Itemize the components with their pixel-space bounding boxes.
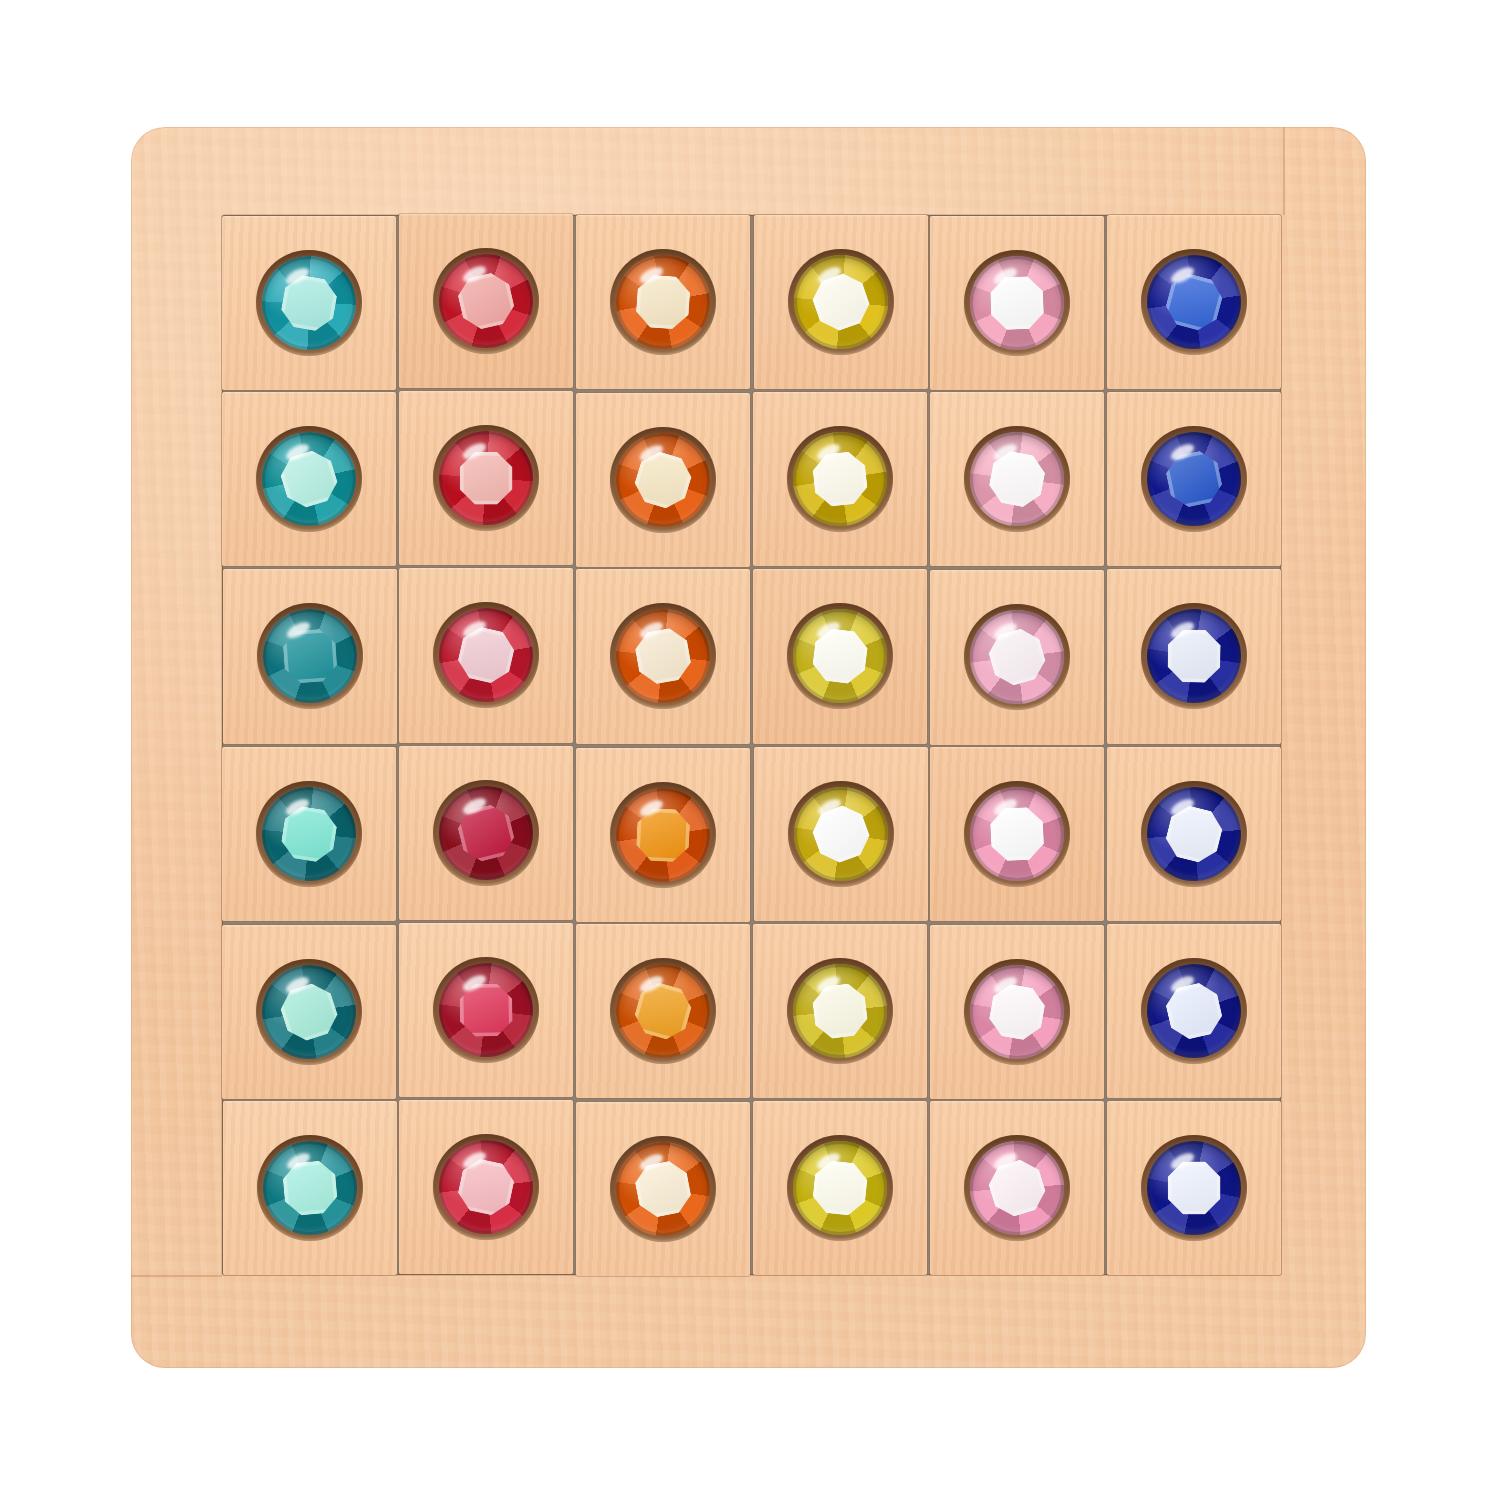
gem-block-yellow[interactable] <box>753 392 927 566</box>
gem-recess <box>610 603 716 709</box>
red-gem-icon <box>439 786 533 880</box>
gem-recess <box>433 248 539 354</box>
gem-recess <box>610 958 716 1064</box>
yellow-gem-icon <box>793 1141 887 1235</box>
pink-gem-icon <box>970 610 1064 704</box>
blue-gem-icon <box>1147 432 1241 526</box>
teal-gem-icon <box>263 1141 357 1235</box>
gem-block-red[interactable] <box>399 1100 573 1274</box>
yellow-gem-icon <box>793 432 887 526</box>
gem-recess <box>610 1136 716 1242</box>
gem-block-orange[interactable] <box>576 1102 750 1276</box>
gem-block-pink[interactable] <box>930 1101 1104 1275</box>
yellow-gem-icon <box>794 255 888 349</box>
gem-recess <box>1141 1135 1247 1241</box>
orange-gem-icon <box>616 788 710 882</box>
red-gem-icon <box>439 254 533 348</box>
pink-gem-icon <box>970 1141 1064 1235</box>
gem-recess <box>256 250 362 356</box>
gem-block-blue[interactable] <box>1107 924 1281 1098</box>
gem-recess <box>1141 958 1247 1064</box>
gem-block-pink[interactable] <box>930 392 1104 566</box>
gem-block-teal[interactable] <box>222 925 396 1099</box>
blue-gem-icon <box>1147 609 1241 703</box>
blue-gem-icon <box>1147 255 1241 349</box>
gem-block-orange[interactable] <box>576 748 750 922</box>
orange-gem-icon <box>616 433 710 527</box>
gem-block-red[interactable] <box>399 568 573 742</box>
frame-joint-bottom-left <box>131 1275 222 1277</box>
blue-gem-icon <box>1147 964 1241 1058</box>
teal-gem-icon <box>262 965 356 1059</box>
gem-block-pink[interactable] <box>930 216 1104 390</box>
gem-recess <box>964 781 1070 887</box>
gem-recess <box>256 781 362 887</box>
teal-gem-icon <box>262 256 356 350</box>
gem-block-yellow[interactable] <box>753 924 927 1098</box>
gem-recess <box>787 603 893 709</box>
gem-block-orange[interactable] <box>576 569 750 743</box>
orange-gem-icon <box>616 255 710 349</box>
red-gem-icon <box>439 1140 533 1234</box>
yellow-gem-icon <box>793 964 887 1058</box>
yellow-gem-icon <box>793 609 887 703</box>
gem-block-blue[interactable] <box>1107 747 1281 921</box>
gem-recess <box>788 249 894 355</box>
gem-block-yellow[interactable] <box>753 1101 927 1275</box>
teal-gem-icon <box>263 609 357 703</box>
gem-recess <box>964 250 1070 356</box>
pink-gem-icon <box>970 965 1064 1059</box>
gem-block-blue[interactable] <box>1107 392 1281 566</box>
gem-grid <box>222 215 1281 1275</box>
gem-recess <box>610 249 716 355</box>
blue-gem-icon <box>1147 1141 1241 1235</box>
gem-block-yellow[interactable] <box>754 215 928 389</box>
orange-gem-icon <box>616 964 710 1058</box>
teal-gem-icon <box>262 432 356 526</box>
gem-block-blue[interactable] <box>1107 1101 1281 1275</box>
yellow-gem-icon <box>794 787 888 881</box>
gem-recess <box>433 425 539 531</box>
gem-recess <box>610 427 716 533</box>
gem-block-teal[interactable] <box>223 1101 397 1275</box>
gem-recess <box>1141 249 1247 355</box>
gem-recess <box>256 426 362 532</box>
gem-block-teal[interactable] <box>223 569 397 743</box>
pink-gem-icon <box>970 787 1064 881</box>
gem-recess <box>787 1135 893 1241</box>
orange-gem-icon <box>616 609 710 703</box>
product-photo-stage <box>0 0 1500 1499</box>
pink-gem-icon <box>970 432 1064 526</box>
frame-joint-top-right <box>1283 127 1285 215</box>
gem-block-teal[interactable] <box>222 216 396 390</box>
gem-block-red[interactable] <box>399 214 573 388</box>
gem-recess <box>257 603 363 709</box>
gem-block-pink[interactable] <box>930 925 1104 1099</box>
gem-recess <box>433 780 539 886</box>
gem-recess <box>1141 426 1247 532</box>
gem-block-teal[interactable] <box>222 392 396 566</box>
gem-recess <box>964 604 1070 710</box>
gem-recess <box>964 959 1070 1065</box>
gem-recess <box>1141 781 1247 887</box>
gem-block-orange[interactable] <box>576 393 750 567</box>
orange-gem-icon <box>616 1142 710 1236</box>
red-gem-icon <box>439 608 533 702</box>
gem-recess <box>787 958 893 1064</box>
pink-gem-icon <box>970 256 1064 350</box>
gem-block-yellow[interactable] <box>753 569 927 743</box>
teal-gem-icon <box>262 787 356 881</box>
gem-block-red[interactable] <box>399 391 573 565</box>
gem-recess <box>433 602 539 708</box>
gem-recess <box>433 957 539 1063</box>
gem-recess <box>964 426 1070 532</box>
gem-recess <box>433 1134 539 1240</box>
gem-block-red[interactable] <box>399 746 573 920</box>
board-well <box>222 215 1281 1275</box>
gem-block-pink[interactable] <box>930 747 1104 921</box>
gem-recess <box>964 1135 1070 1241</box>
wooden-board <box>131 127 1366 1368</box>
gem-recess <box>256 959 362 1065</box>
gem-block-teal[interactable] <box>222 747 396 921</box>
gem-block-orange[interactable] <box>576 215 750 389</box>
gem-recess <box>610 782 716 888</box>
gem-recess <box>1141 603 1247 709</box>
gem-recess <box>788 781 894 887</box>
blue-gem-icon <box>1147 787 1241 881</box>
gem-table-facet <box>1168 1162 1221 1215</box>
gem-block-blue[interactable] <box>1107 569 1281 743</box>
gem-block-blue[interactable] <box>1107 215 1281 389</box>
gem-block-red[interactable] <box>399 923 573 1097</box>
red-gem-icon <box>439 963 533 1057</box>
gem-block-orange[interactable] <box>576 924 750 1098</box>
gem-recess <box>257 1135 363 1241</box>
red-gem-icon <box>439 431 533 525</box>
gem-table-facet <box>460 452 513 505</box>
gem-recess <box>787 426 893 532</box>
gem-block-pink[interactable] <box>930 570 1104 744</box>
gem-block-yellow[interactable] <box>754 747 928 921</box>
